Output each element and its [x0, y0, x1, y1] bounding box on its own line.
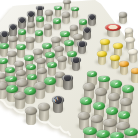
key-cap — [97, 51, 107, 57]
key-cap — [105, 24, 121, 31]
key-cap — [108, 93, 120, 100]
key-cap — [16, 79, 27, 86]
key-cap — [14, 92, 26, 99]
key-cap — [119, 12, 127, 17]
key-cap — [0, 31, 9, 37]
key-cap — [44, 24, 53, 29]
key-cap — [51, 37, 60, 43]
key-cap — [45, 10, 53, 15]
key-cap — [95, 88, 107, 95]
key-cap — [27, 22, 36, 27]
key-cap — [100, 39, 109, 45]
key-cap — [128, 49, 138, 55]
key-cap — [88, 14, 96, 19]
key-cap — [33, 49, 43, 55]
key-cap — [18, 17, 26, 22]
key-cap — [25, 37, 34, 43]
keys-layer: F7 — [0, 0, 138, 138]
key-cap — [125, 37, 134, 43]
key-cap — [27, 11, 35, 16]
key-cap — [62, 12, 70, 17]
key-cap — [70, 25, 79, 31]
key-cap — [73, 34, 82, 40]
key-cap — [38, 103, 50, 111]
key-cap — [120, 98, 132, 106]
key-cap — [54, 46, 64, 52]
key-cap — [83, 83, 94, 90]
key-cap — [34, 82, 45, 89]
key-cap — [113, 43, 123, 49]
keypad-photo: F7 — [0, 0, 138, 138]
key-cap — [9, 24, 18, 29]
key-cap — [7, 51, 17, 57]
key-cap — [77, 41, 86, 47]
key-cap — [103, 119, 116, 127]
key-cap — [83, 27, 92, 33]
key-cap — [125, 28, 134, 34]
key-cap — [8, 36, 17, 42]
key-cap — [25, 107, 37, 115]
